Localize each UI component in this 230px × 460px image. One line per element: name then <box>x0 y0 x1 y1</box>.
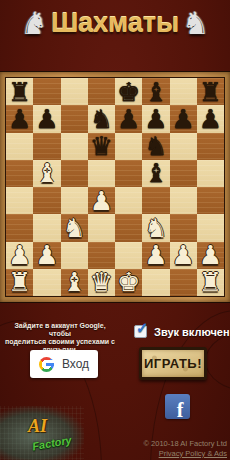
piece-white-king: ♚ <box>117 269 140 295</box>
square-e7[interactable]: ♟ <box>115 105 142 132</box>
play-button-label: ИГРАТЬ! <box>144 356 202 371</box>
square-f7[interactable]: ♟ <box>142 105 169 132</box>
square-g4[interactable] <box>170 187 197 214</box>
knight-icon-right: ♞ <box>182 8 210 39</box>
square-f4[interactable] <box>142 187 169 214</box>
square-h1[interactable]: ♜ <box>197 269 224 296</box>
facebook-button[interactable]: f <box>165 394 190 419</box>
square-d6[interactable]: ♛ <box>88 133 115 160</box>
square-c7[interactable] <box>61 105 88 132</box>
square-b1[interactable] <box>33 269 60 296</box>
google-signin-button[interactable]: Вход <box>30 350 98 378</box>
square-h3[interactable] <box>197 214 224 241</box>
square-e5[interactable] <box>115 160 142 187</box>
square-e3[interactable] <box>115 214 142 241</box>
piece-white-rook: ♜ <box>8 269 31 295</box>
square-e4[interactable] <box>115 187 142 214</box>
square-c2[interactable] <box>61 242 88 269</box>
square-b8[interactable] <box>33 78 60 105</box>
square-a1[interactable]: ♜ <box>6 269 33 296</box>
square-g2[interactable]: ♟ <box>170 242 197 269</box>
square-b4[interactable] <box>33 187 60 214</box>
square-c4[interactable] <box>61 187 88 214</box>
piece-white-knight: ♞ <box>62 215 85 241</box>
square-b2[interactable]: ♟ <box>33 242 60 269</box>
piece-white-knight: ♞ <box>144 215 167 241</box>
piece-white-bishop: ♝ <box>35 160 58 186</box>
piece-white-pawn: ♟ <box>8 242 31 268</box>
piece-black-pawn: ♟ <box>144 106 167 132</box>
square-c8[interactable] <box>61 78 88 105</box>
privacy-policy-link[interactable]: Privacy Policy & Ads <box>144 449 228 459</box>
square-a4[interactable] <box>6 187 33 214</box>
square-e6[interactable] <box>115 133 142 160</box>
square-h6[interactable] <box>197 133 224 160</box>
signin-message-line: поделиться своими успехами с <box>5 338 115 346</box>
header: ♞ Шахматы ♞ <box>0 0 230 46</box>
square-h4[interactable] <box>197 187 224 214</box>
square-c1[interactable]: ♝ <box>61 269 88 296</box>
square-d3[interactable] <box>88 214 115 241</box>
square-a8[interactable]: ♜ <box>6 78 33 105</box>
square-d5[interactable] <box>88 160 115 187</box>
square-g3[interactable] <box>170 214 197 241</box>
piece-black-queen: ♛ <box>90 133 113 159</box>
page-title: Шахматы <box>51 8 179 39</box>
square-e2[interactable] <box>115 242 142 269</box>
square-h8[interactable]: ♜ <box>197 78 224 105</box>
footer-legal: © 2010-18 AI Factory Ltd Privacy Policy … <box>144 439 228 458</box>
piece-black-rook: ♜ <box>8 79 31 105</box>
square-g1[interactable] <box>170 269 197 296</box>
piece-black-bishop: ♝ <box>144 79 167 105</box>
square-f8[interactable]: ♝ <box>142 78 169 105</box>
square-f3[interactable]: ♞ <box>142 214 169 241</box>
square-d7[interactable]: ♞ <box>88 105 115 132</box>
square-b3[interactable] <box>33 214 60 241</box>
square-a7[interactable]: ♟ <box>6 105 33 132</box>
square-g8[interactable] <box>170 78 197 105</box>
square-d4[interactable]: ♟ <box>88 187 115 214</box>
square-b6[interactable] <box>33 133 60 160</box>
piece-white-pawn: ♟ <box>35 242 58 268</box>
play-button[interactable]: ИГРАТЬ! <box>139 347 207 380</box>
ai-factory-logo: AI Factory <box>0 406 84 460</box>
square-f5[interactable]: ♝ <box>142 160 169 187</box>
knight-icon-left: ♞ <box>20 8 48 39</box>
piece-black-pawn: ♟ <box>199 106 222 132</box>
sound-checkbox[interactable]: ✓ <box>134 325 147 338</box>
piece-black-knight: ♞ <box>90 106 113 132</box>
square-c3[interactable]: ♞ <box>61 214 88 241</box>
piece-black-bishop: ♝ <box>144 160 167 186</box>
piece-black-knight: ♞ <box>144 133 167 159</box>
piece-black-pawn: ♟ <box>35 106 58 132</box>
square-h5[interactable] <box>197 160 224 187</box>
google-g-icon <box>39 357 54 372</box>
piece-white-rook: ♜ <box>199 269 222 295</box>
copyright-text: © 2010-18 AI Factory Ltd <box>144 439 228 449</box>
piece-black-pawn: ♟ <box>171 106 194 132</box>
square-f6[interactable]: ♞ <box>142 133 169 160</box>
sound-label: Звук включен <box>154 326 230 338</box>
piece-white-queen: ♛ <box>90 269 113 295</box>
piece-black-pawn: ♟ <box>8 106 31 132</box>
square-g5[interactable] <box>170 160 197 187</box>
piece-white-pawn: ♟ <box>171 242 194 268</box>
facebook-icon: f <box>172 402 184 419</box>
board-grid: ♜♚♝♜♟♟♞♟♟♟♟♛♞♝♝♟♞♞♟♟♟♟♟♜♝♛♚♜ <box>6 78 224 296</box>
square-c6[interactable] <box>61 133 88 160</box>
square-e1[interactable]: ♚ <box>115 269 142 296</box>
square-b5[interactable]: ♝ <box>33 160 60 187</box>
ai-factory-logo-ai: AI <box>28 416 47 437</box>
square-h2[interactable]: ♟ <box>197 242 224 269</box>
signin-button-label: Вход <box>62 357 89 371</box>
piece-white-pawn: ♟ <box>90 188 113 214</box>
square-d8[interactable] <box>88 78 115 105</box>
piece-white-pawn: ♟ <box>199 242 222 268</box>
piece-white-bishop: ♝ <box>62 269 85 295</box>
square-a6[interactable] <box>6 133 33 160</box>
square-h7[interactable]: ♟ <box>197 105 224 132</box>
piece-black-rook: ♜ <box>199 79 222 105</box>
square-a3[interactable] <box>6 214 33 241</box>
square-d2[interactable] <box>88 242 115 269</box>
square-e8[interactable]: ♚ <box>115 78 142 105</box>
square-b7[interactable]: ♟ <box>33 105 60 132</box>
signin-message-line: Зайдите в аккаунт Google, чтобы <box>5 322 115 338</box>
checkmark-icon: ✓ <box>136 319 149 337</box>
square-g6[interactable] <box>170 133 197 160</box>
piece-black-pawn: ♟ <box>117 106 140 132</box>
square-a2[interactable]: ♟ <box>6 242 33 269</box>
square-g7[interactable]: ♟ <box>170 105 197 132</box>
square-c5[interactable] <box>61 160 88 187</box>
piece-white-pawn: ♟ <box>144 242 167 268</box>
square-f1[interactable] <box>142 269 169 296</box>
square-a5[interactable] <box>6 160 33 187</box>
piece-black-king: ♚ <box>117 79 140 105</box>
square-d1[interactable]: ♛ <box>88 269 115 296</box>
app-screen: ♞ Шахматы ♞ ♜♚♝♜♟♟♞♟♟♟♟♛♞♝♝♟♞♞♟♟♟♟♟♜♝♛♚♜… <box>0 0 230 460</box>
sound-toggle-row: ✓ Звук включен <box>134 325 230 338</box>
square-f2[interactable]: ♟ <box>142 242 169 269</box>
chess-board: ♜♚♝♜♟♟♞♟♟♟♟♛♞♝♝♟♞♞♟♟♟♟♟♜♝♛♚♜ <box>0 71 230 303</box>
